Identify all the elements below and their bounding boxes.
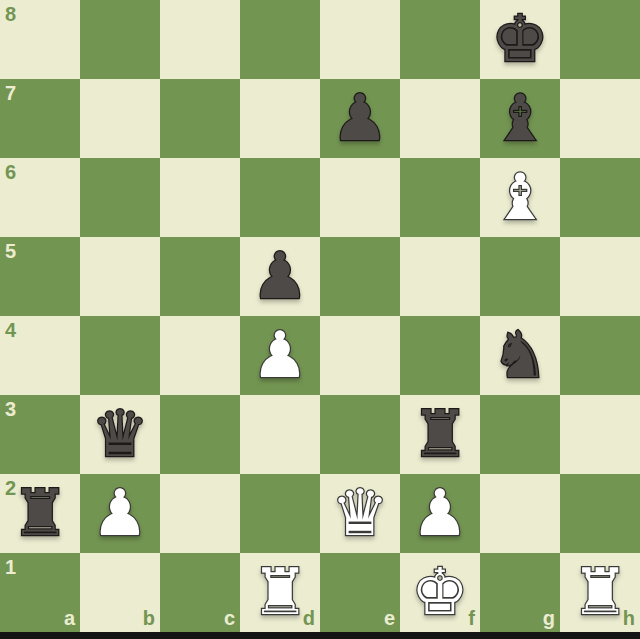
square-e6[interactable] — [320, 158, 400, 237]
square-a7[interactable]: 7 — [0, 79, 80, 158]
piece-black-pawn[interactable]: ♟ — [251, 237, 308, 316]
rank-label-1: 1 — [5, 557, 16, 577]
square-b8[interactable] — [80, 0, 160, 79]
square-e8[interactable] — [320, 0, 400, 79]
rank-label-5: 5 — [5, 241, 16, 261]
square-a4[interactable]: 4 — [0, 316, 80, 395]
square-a3[interactable]: 3 — [0, 395, 80, 474]
square-g7[interactable]: ♝ — [480, 79, 560, 158]
square-b3[interactable]: ♛ — [80, 395, 160, 474]
piece-white-pawn[interactable]: ♟ — [251, 316, 308, 395]
square-b6[interactable] — [80, 158, 160, 237]
piece-black-pawn[interactable]: ♟ — [331, 79, 388, 158]
square-d6[interactable] — [240, 158, 320, 237]
square-c8[interactable] — [160, 0, 240, 79]
chess-board: 8♚7♟♝6♝5♟4♟♞3♛♜2♜♟♛♟1abcd♜ef♚gh♜ — [0, 0, 640, 632]
rank-label-8: 8 — [5, 4, 16, 24]
square-h4[interactable] — [560, 316, 640, 395]
square-f4[interactable] — [400, 316, 480, 395]
square-f7[interactable] — [400, 79, 480, 158]
file-label-f: f — [468, 608, 475, 628]
square-c5[interactable] — [160, 237, 240, 316]
square-e5[interactable] — [320, 237, 400, 316]
square-a2[interactable]: 2♜ — [0, 474, 80, 553]
piece-white-rook[interactable]: ♜ — [251, 553, 308, 632]
square-b1[interactable]: b — [80, 553, 160, 632]
square-d8[interactable] — [240, 0, 320, 79]
square-g3[interactable] — [480, 395, 560, 474]
square-b5[interactable] — [80, 237, 160, 316]
square-g2[interactable] — [480, 474, 560, 553]
square-f3[interactable]: ♜ — [400, 395, 480, 474]
square-a6[interactable]: 6 — [0, 158, 80, 237]
square-h3[interactable] — [560, 395, 640, 474]
piece-white-rook[interactable]: ♜ — [571, 553, 628, 632]
piece-black-knight[interactable]: ♞ — [491, 316, 548, 395]
square-d1[interactable]: d♜ — [240, 553, 320, 632]
square-e2[interactable]: ♛ — [320, 474, 400, 553]
square-g5[interactable] — [480, 237, 560, 316]
square-f8[interactable] — [400, 0, 480, 79]
square-d4[interactable]: ♟ — [240, 316, 320, 395]
square-c4[interactable] — [160, 316, 240, 395]
piece-white-queen[interactable]: ♛ — [331, 474, 388, 553]
square-d3[interactable] — [240, 395, 320, 474]
file-label-g: g — [543, 608, 555, 628]
piece-white-king[interactable]: ♚ — [411, 553, 468, 632]
square-d2[interactable] — [240, 474, 320, 553]
square-c3[interactable] — [160, 395, 240, 474]
file-label-a: a — [64, 608, 75, 628]
square-e7[interactable]: ♟ — [320, 79, 400, 158]
square-d5[interactable]: ♟ — [240, 237, 320, 316]
square-h5[interactable] — [560, 237, 640, 316]
file-label-b: b — [143, 608, 155, 628]
rank-label-4: 4 — [5, 320, 16, 340]
file-label-c: c — [224, 608, 235, 628]
rank-label-7: 7 — [5, 83, 16, 103]
square-g4[interactable]: ♞ — [480, 316, 560, 395]
square-f2[interactable]: ♟ — [400, 474, 480, 553]
square-g8[interactable]: ♚ — [480, 0, 560, 79]
piece-black-queen[interactable]: ♛ — [91, 395, 148, 474]
square-g1[interactable]: g — [480, 553, 560, 632]
rank-label-6: 6 — [5, 162, 16, 182]
rank-label-3: 3 — [5, 399, 16, 419]
piece-black-bishop[interactable]: ♝ — [491, 79, 548, 158]
file-label-e: e — [384, 608, 395, 628]
square-c2[interactable] — [160, 474, 240, 553]
square-b2[interactable]: ♟ — [80, 474, 160, 553]
piece-white-pawn[interactable]: ♟ — [411, 474, 468, 553]
piece-black-rook[interactable]: ♜ — [11, 474, 68, 553]
square-h2[interactable] — [560, 474, 640, 553]
square-a5[interactable]: 5 — [0, 237, 80, 316]
square-d7[interactable] — [240, 79, 320, 158]
square-h6[interactable] — [560, 158, 640, 237]
square-h8[interactable] — [560, 0, 640, 79]
square-g6[interactable]: ♝ — [480, 158, 560, 237]
square-e4[interactable] — [320, 316, 400, 395]
square-a1[interactable]: 1a — [0, 553, 80, 632]
square-c7[interactable] — [160, 79, 240, 158]
square-h1[interactable]: h♜ — [560, 553, 640, 632]
square-h7[interactable] — [560, 79, 640, 158]
square-f6[interactable] — [400, 158, 480, 237]
square-a8[interactable]: 8 — [0, 0, 80, 79]
square-f1[interactable]: f♚ — [400, 553, 480, 632]
square-e3[interactable] — [320, 395, 400, 474]
square-b4[interactable] — [80, 316, 160, 395]
bottom-edge-bar — [0, 632, 640, 639]
piece-white-bishop[interactable]: ♝ — [491, 158, 548, 237]
piece-white-pawn[interactable]: ♟ — [91, 474, 148, 553]
piece-black-rook[interactable]: ♜ — [411, 395, 468, 474]
square-e1[interactable]: e — [320, 553, 400, 632]
square-b7[interactable] — [80, 79, 160, 158]
square-f5[interactable] — [400, 237, 480, 316]
square-c6[interactable] — [160, 158, 240, 237]
piece-black-king[interactable]: ♚ — [491, 0, 548, 79]
square-c1[interactable]: c — [160, 553, 240, 632]
